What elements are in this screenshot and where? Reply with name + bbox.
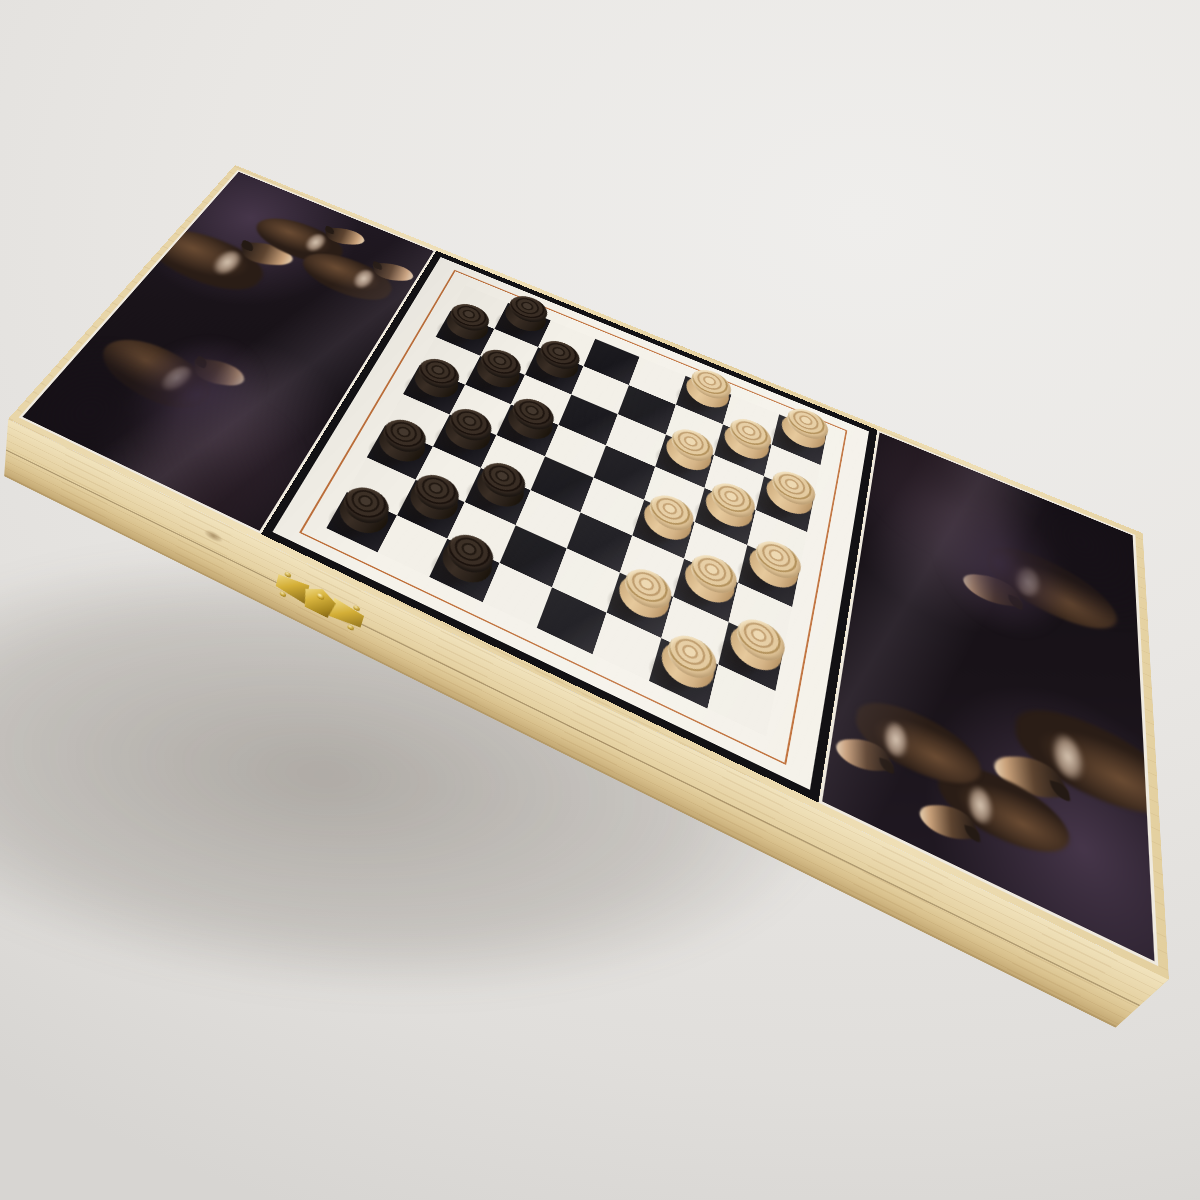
- light-checker[interactable]: [708, 477, 758, 524]
- light-checker[interactable]: [688, 365, 734, 405]
- light-checker[interactable]: [733, 612, 788, 668]
- wood-knot: [201, 526, 225, 547]
- clasp-plate-left: [275, 571, 310, 604]
- clasp-screw: [347, 624, 355, 631]
- light-checker[interactable]: [785, 403, 831, 444]
- product-photo-scene: [0, 0, 1200, 1200]
- dark-checker[interactable]: [505, 291, 552, 327]
